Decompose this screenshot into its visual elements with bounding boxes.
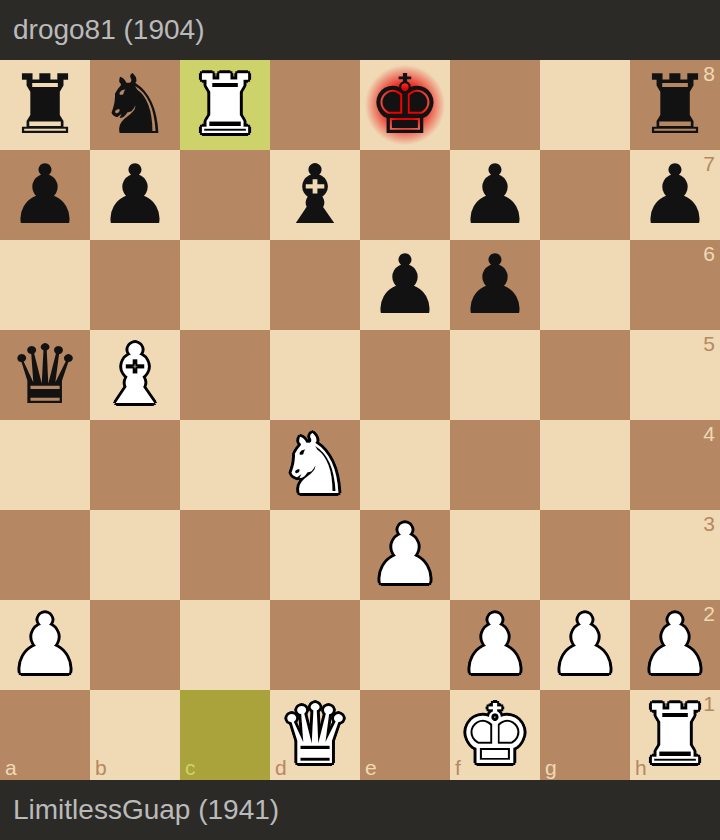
chess-board: ♜♞♜♚♜8♟♟♝♟♟7♟♟6♛♝5♞4♟3♟♟♟♟2abc♛de♚fg♜1h [0,60,720,780]
rank-label-4: 4 [703,423,715,444]
bottom-player-name: LimitlessGuap (1941) [13,780,279,840]
square-a2[interactable]: ♟ [0,600,90,690]
square-g8[interactable] [540,60,630,150]
square-a8[interactable]: ♜ [0,60,90,150]
piece-white-pawn[interactable]: ♟ [360,510,450,600]
piece-white-pawn[interactable]: ♟ [0,600,90,690]
file-label-g: g [545,757,557,778]
square-c2[interactable] [180,600,270,690]
piece-black-pawn[interactable]: ♟ [630,150,720,240]
piece-black-bishop[interactable]: ♝ [270,150,360,240]
square-h5[interactable]: 5 [630,330,720,420]
square-g1[interactable]: g [540,690,630,780]
square-g4[interactable] [540,420,630,510]
piece-black-rook[interactable]: ♜ [0,60,90,150]
piece-black-knight[interactable]: ♞ [90,60,180,150]
square-f1[interactable]: ♚f [450,690,540,780]
square-g6[interactable] [540,240,630,330]
square-f8[interactable] [450,60,540,150]
square-h6[interactable]: 6 [630,240,720,330]
piece-black-pawn[interactable]: ♟ [360,240,450,330]
square-a7[interactable]: ♟ [0,150,90,240]
square-d5[interactable] [270,330,360,420]
piece-black-rook[interactable]: ♜ [630,60,720,150]
piece-black-pawn[interactable]: ♟ [450,240,540,330]
square-h3[interactable]: 3 [630,510,720,600]
square-h7[interactable]: ♟7 [630,150,720,240]
square-h8[interactable]: ♜8 [630,60,720,150]
square-b1[interactable]: b [90,690,180,780]
square-g5[interactable] [540,330,630,420]
piece-black-king[interactable]: ♚ [360,60,450,150]
square-a6[interactable] [0,240,90,330]
square-b6[interactable] [90,240,180,330]
square-d2[interactable] [270,600,360,690]
square-c1[interactable]: c [180,690,270,780]
square-c7[interactable] [180,150,270,240]
chess-app: drogo81 (1904) ♜♞♜♚♜8♟♟♝♟♟7♟♟6♛♝5♞4♟3♟♟♟… [0,0,720,840]
rank-label-6: 6 [703,243,715,264]
square-e5[interactable] [360,330,450,420]
square-a5[interactable]: ♛ [0,330,90,420]
square-h2[interactable]: ♟2 [630,600,720,690]
square-g2[interactable]: ♟ [540,600,630,690]
square-g3[interactable] [540,510,630,600]
file-label-b: b [95,757,107,778]
square-c6[interactable] [180,240,270,330]
piece-white-pawn[interactable]: ♟ [630,600,720,690]
square-a3[interactable] [0,510,90,600]
square-b8[interactable]: ♞ [90,60,180,150]
square-b7[interactable]: ♟ [90,150,180,240]
top-player-bar: drogo81 (1904) [0,0,720,60]
square-f2[interactable]: ♟ [450,600,540,690]
piece-white-king[interactable]: ♚ [450,690,540,780]
square-c5[interactable] [180,330,270,420]
piece-white-pawn[interactable]: ♟ [540,600,630,690]
square-d1[interactable]: ♛d [270,690,360,780]
piece-white-rook[interactable]: ♜ [180,60,270,150]
piece-black-pawn[interactable]: ♟ [450,150,540,240]
rank-label-3: 3 [703,513,715,534]
piece-black-queen[interactable]: ♛ [0,330,90,420]
square-b2[interactable] [90,600,180,690]
square-d6[interactable] [270,240,360,330]
file-label-e: e [365,757,377,778]
square-f5[interactable] [450,330,540,420]
square-f6[interactable]: ♟ [450,240,540,330]
square-b3[interactable] [90,510,180,600]
file-label-a: a [5,757,17,778]
rank-label-5: 5 [703,333,715,354]
square-a4[interactable] [0,420,90,510]
square-d4[interactable]: ♞ [270,420,360,510]
square-g7[interactable] [540,150,630,240]
piece-black-pawn[interactable]: ♟ [90,150,180,240]
piece-white-bishop[interactable]: ♝ [90,330,180,420]
square-d8[interactable] [270,60,360,150]
square-e8[interactable]: ♚ [360,60,450,150]
square-c8[interactable]: ♜ [180,60,270,150]
piece-white-queen[interactable]: ♛ [270,690,360,780]
square-e4[interactable] [360,420,450,510]
square-d3[interactable] [270,510,360,600]
square-h1[interactable]: ♜1h [630,690,720,780]
top-player-name: drogo81 (1904) [13,0,204,60]
square-e2[interactable] [360,600,450,690]
square-f4[interactable] [450,420,540,510]
square-c4[interactable] [180,420,270,510]
square-h4[interactable]: 4 [630,420,720,510]
square-f7[interactable]: ♟ [450,150,540,240]
square-e6[interactable]: ♟ [360,240,450,330]
piece-white-pawn[interactable]: ♟ [450,600,540,690]
square-e7[interactable] [360,150,450,240]
square-d7[interactable]: ♝ [270,150,360,240]
square-c3[interactable] [180,510,270,600]
square-e1[interactable]: e [360,690,450,780]
square-e3[interactable]: ♟ [360,510,450,600]
piece-white-rook[interactable]: ♜ [630,690,720,780]
square-b5[interactable]: ♝ [90,330,180,420]
bottom-player-bar: LimitlessGuap (1941) [0,780,720,840]
file-label-c: c [185,757,196,778]
piece-black-pawn[interactable]: ♟ [0,150,90,240]
square-a1[interactable]: a [0,690,90,780]
square-f3[interactable] [450,510,540,600]
piece-white-knight[interactable]: ♞ [270,420,360,510]
square-b4[interactable] [90,420,180,510]
